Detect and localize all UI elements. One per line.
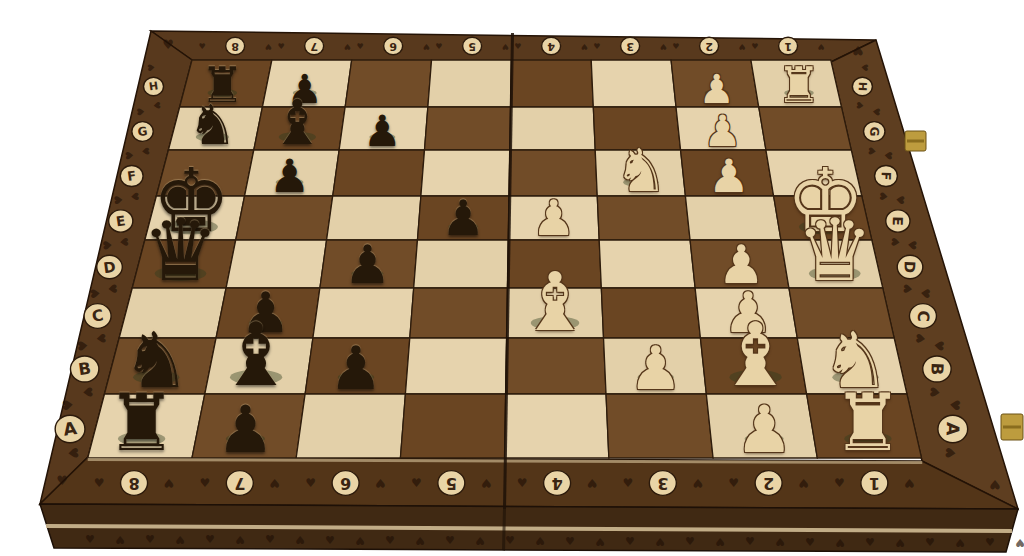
heart-motif: ♥ bbox=[481, 476, 492, 490]
file-label-left-F: F bbox=[120, 166, 143, 187]
heart-motif: ♥ bbox=[355, 534, 365, 547]
heart-motif: ♥ bbox=[505, 534, 515, 547]
square-a5[interactable] bbox=[400, 394, 505, 458]
piece-white-pawn-e4[interactable]: ♟ bbox=[532, 194, 576, 243]
heart-motif: ♥ bbox=[587, 476, 598, 490]
heart-motif: ♥ bbox=[517, 476, 528, 490]
square-b5[interactable] bbox=[405, 338, 506, 394]
square-g4[interactable] bbox=[510, 107, 595, 150]
file-label-left-G: G bbox=[132, 122, 153, 142]
heart-motif: ♥ bbox=[105, 283, 120, 294]
heart-motif: ♥ bbox=[895, 536, 905, 549]
heart-motif: ♥ bbox=[124, 151, 136, 161]
piece-black-pawn-b6[interactable]: ♟ bbox=[329, 338, 383, 398]
heart-motif: ♥ bbox=[1015, 536, 1024, 549]
heart-motif: ♥ bbox=[852, 43, 864, 58]
heart-motif: ♥ bbox=[739, 42, 746, 51]
heart-motif: ♥ bbox=[344, 42, 351, 51]
heart-motif: ♥ bbox=[878, 191, 890, 201]
heart-motif: ♥ bbox=[943, 446, 959, 459]
svg-text:G: G bbox=[137, 124, 149, 139]
piece-white-rook-a1[interactable]: ♜ bbox=[832, 384, 903, 463]
heart-motif: ♥ bbox=[75, 340, 91, 353]
heart-motif: ♥ bbox=[692, 476, 703, 490]
rank-label-top-3: 3 bbox=[621, 37, 640, 54]
heart-motif: ♥ bbox=[100, 239, 115, 250]
heart-motif: ♥ bbox=[325, 534, 335, 547]
heart-motif: ♥ bbox=[445, 534, 455, 547]
heart-motif: ♥ bbox=[775, 535, 785, 548]
svg-text:G: G bbox=[867, 126, 881, 136]
file-label-left-C: C bbox=[84, 304, 111, 329]
heart-motif: ♥ bbox=[129, 191, 141, 201]
file-label-left-B: B bbox=[70, 356, 98, 382]
heart-motif: ♥ bbox=[855, 101, 866, 110]
heart-motif: ♥ bbox=[65, 446, 81, 459]
rank-label-top-5: 5 bbox=[463, 37, 482, 54]
file-label-left-D: D bbox=[97, 255, 123, 279]
svg-text:B: B bbox=[927, 362, 946, 375]
heart-motif: ♥ bbox=[901, 283, 916, 294]
heart-motif: ♥ bbox=[595, 535, 605, 548]
chess-set-photo: H♥♥H♥♥G♥♥G♥♥F♥♥F♥♥E♥♥E♥♥D♥♥D♥♥C♥♥C♥♥B♥♥B… bbox=[0, 0, 1024, 556]
file-label-left-E: E bbox=[109, 210, 133, 232]
rank-label-bottom-7: 7 bbox=[226, 471, 253, 496]
file-label-right-G: G bbox=[864, 122, 885, 142]
piece-black-bishop-g7[interactable]: ♝ bbox=[270, 92, 326, 154]
svg-text:1: 1 bbox=[784, 40, 792, 53]
svg-text:A: A bbox=[943, 422, 963, 437]
piece-black-pawn-g6[interactable]: ♟ bbox=[363, 110, 402, 153]
square-f6[interactable] bbox=[333, 150, 425, 196]
heart-motif: ♥ bbox=[235, 533, 245, 546]
piece-black-knight-g8[interactable]: ♞ bbox=[188, 98, 237, 153]
square-g5[interactable] bbox=[425, 107, 511, 150]
square-h5[interactable] bbox=[428, 60, 512, 107]
heart-motif: ♥ bbox=[672, 42, 679, 51]
heart-motif: ♥ bbox=[198, 42, 205, 51]
file-label-right-A: A bbox=[938, 415, 968, 442]
heart-motif: ♥ bbox=[565, 535, 575, 548]
heart-motif: ♥ bbox=[745, 535, 755, 548]
heart-motif: ♥ bbox=[905, 239, 920, 250]
rank-label-bottom-3: 3 bbox=[649, 471, 676, 496]
heart-motif: ♥ bbox=[411, 476, 422, 490]
square-a3[interactable] bbox=[606, 394, 713, 458]
svg-text:5: 5 bbox=[468, 40, 476, 53]
heart-motif: ♥ bbox=[162, 37, 174, 52]
rank-label-bottom-4: 4 bbox=[544, 471, 571, 496]
svg-text:3: 3 bbox=[657, 474, 668, 493]
rank-label-top-8: 8 bbox=[226, 37, 245, 54]
svg-text:F: F bbox=[878, 171, 893, 180]
heart-motif: ♥ bbox=[625, 535, 635, 548]
piece-white-pawn-g2[interactable]: ♟ bbox=[703, 110, 742, 153]
heart-motif: ♥ bbox=[859, 63, 870, 72]
heart-motif: ♥ bbox=[295, 533, 305, 546]
svg-text:6: 6 bbox=[389, 40, 397, 53]
heart-motif: ♥ bbox=[305, 476, 316, 490]
heart-motif: ♥ bbox=[865, 536, 875, 549]
heart-motif: ♥ bbox=[798, 476, 809, 490]
heart-motif: ♥ bbox=[475, 534, 485, 547]
svg-text:8: 8 bbox=[231, 40, 239, 53]
heart-motif: ♥ bbox=[835, 536, 845, 549]
heart-motif: ♥ bbox=[175, 533, 185, 546]
heart-motif: ♥ bbox=[146, 63, 157, 72]
svg-text:B: B bbox=[77, 359, 92, 380]
rank-label-top-1: 1 bbox=[779, 37, 798, 54]
file-label-right-C: C bbox=[909, 304, 936, 329]
svg-text:1: 1 bbox=[869, 474, 880, 493]
file-label-right-D: D bbox=[897, 255, 923, 279]
heart-motif: ♥ bbox=[715, 535, 725, 548]
heart-motif: ♥ bbox=[502, 42, 509, 51]
piece-white-rook-h1[interactable]: ♜ bbox=[777, 61, 821, 110]
heart-motif: ♥ bbox=[685, 535, 695, 548]
rank-label-bottom-8: 8 bbox=[121, 471, 148, 496]
square-h6[interactable] bbox=[345, 60, 431, 107]
heart-motif: ♥ bbox=[955, 536, 965, 549]
heart-motif: ♥ bbox=[151, 101, 162, 110]
svg-text:H: H bbox=[148, 79, 159, 93]
piece-black-pawn-a7[interactable]: ♟ bbox=[216, 397, 274, 462]
heart-motif: ♥ bbox=[535, 534, 545, 547]
heart-motif: ♥ bbox=[415, 534, 425, 547]
heart-motif: ♥ bbox=[265, 533, 275, 546]
piece-white-pawn-b3[interactable]: ♟ bbox=[629, 338, 683, 398]
svg-text:2: 2 bbox=[705, 40, 713, 53]
rank-label-top-7: 7 bbox=[305, 37, 324, 54]
heart-motif: ♥ bbox=[117, 237, 131, 248]
heart-motif: ♥ bbox=[94, 476, 105, 490]
heart-motif: ♥ bbox=[889, 237, 903, 248]
svg-text:6: 6 bbox=[340, 474, 351, 493]
piece-white-queen-d1[interactable]: ♛ bbox=[796, 207, 873, 293]
heart-motif: ♥ bbox=[751, 42, 758, 51]
svg-text:3: 3 bbox=[626, 40, 634, 53]
brass-latch-lower-right bbox=[1001, 414, 1023, 440]
heart-motif: ♥ bbox=[112, 195, 126, 206]
heart-motif: ♥ bbox=[356, 42, 363, 51]
square-c6[interactable] bbox=[313, 288, 414, 338]
file-label-right-H: H bbox=[852, 77, 872, 95]
heart-motif: ♥ bbox=[882, 151, 894, 161]
heart-motif: ♥ bbox=[581, 42, 588, 51]
brass-latch-upper-right bbox=[905, 131, 926, 151]
svg-text:D: D bbox=[102, 258, 116, 277]
file-label-left-H: H bbox=[144, 77, 164, 95]
rank-label-top-4: 4 bbox=[542, 37, 561, 54]
square-c5[interactable] bbox=[410, 288, 508, 338]
svg-text:C: C bbox=[914, 310, 932, 322]
svg-text:H: H bbox=[856, 82, 869, 92]
heart-motif: ♥ bbox=[115, 533, 125, 546]
heart-motif: ♥ bbox=[80, 386, 96, 399]
rank-label-bottom-5: 5 bbox=[438, 471, 465, 496]
piece-white-pawn-a2[interactable]: ♟ bbox=[735, 397, 793, 462]
heart-motif: ♥ bbox=[435, 42, 442, 51]
piece-black-pawn-f7[interactable]: ♟ bbox=[269, 153, 310, 199]
rank-label-bottom-1: 1 bbox=[861, 471, 888, 496]
heart-motif: ♥ bbox=[385, 534, 395, 547]
heart-motif: ♥ bbox=[805, 536, 815, 549]
svg-text:8: 8 bbox=[128, 474, 139, 493]
rank-label-bottom-6: 6 bbox=[332, 471, 359, 496]
file-label-left-A: A bbox=[55, 415, 85, 442]
heart-motif: ♥ bbox=[985, 536, 995, 549]
heart-motif: ♥ bbox=[927, 386, 943, 399]
heart-motif: ♥ bbox=[375, 476, 386, 490]
heart-motif: ♥ bbox=[593, 42, 600, 51]
svg-text:7: 7 bbox=[234, 474, 245, 493]
square-h3[interactable] bbox=[591, 60, 676, 107]
heart-motif: ♥ bbox=[514, 42, 521, 51]
heart-motif: ♥ bbox=[60, 399, 76, 412]
heart-motif: ♥ bbox=[655, 535, 665, 548]
piece-black-pawn-d6[interactable]: ♟ bbox=[344, 238, 392, 291]
heart-motif: ♥ bbox=[277, 42, 284, 51]
heart-motif: ♥ bbox=[918, 288, 933, 300]
square-c3[interactable] bbox=[601, 288, 700, 338]
file-label-right-F: F bbox=[875, 166, 898, 187]
heart-motif: ♥ bbox=[834, 476, 845, 490]
piece-white-pawn-h2[interactable]: ♟ bbox=[699, 69, 735, 109]
heart-motif: ♥ bbox=[904, 476, 915, 490]
square-h4[interactable] bbox=[511, 60, 594, 107]
svg-text:D: D bbox=[901, 261, 918, 274]
piece-black-pawn-e5[interactable]: ♟ bbox=[441, 194, 485, 243]
file-label-right-E: E bbox=[886, 210, 910, 232]
square-a4[interactable] bbox=[505, 394, 609, 458]
heart-motif: ♥ bbox=[728, 476, 739, 490]
file-label-right-B: B bbox=[923, 356, 951, 382]
rank-label-top-6: 6 bbox=[384, 37, 403, 54]
piece-black-bishop-b7[interactable]: ♝ bbox=[217, 312, 295, 399]
heart-motif: ♥ bbox=[870, 107, 882, 117]
svg-text:7: 7 bbox=[310, 40, 318, 53]
heart-motif: ♥ bbox=[135, 107, 147, 117]
piece-white-bishop-b2[interactable]: ♝ bbox=[717, 312, 795, 399]
heart-motif: ♥ bbox=[56, 473, 68, 488]
heart-motif: ♥ bbox=[88, 288, 103, 300]
piece-white-pawn-f2[interactable]: ♟ bbox=[708, 153, 749, 199]
heart-motif: ♥ bbox=[145, 533, 155, 546]
heart-motif: ♥ bbox=[200, 476, 211, 490]
svg-text:2: 2 bbox=[763, 474, 774, 493]
square-d5[interactable] bbox=[414, 240, 509, 288]
heart-motif: ♥ bbox=[265, 42, 272, 51]
svg-text:E: E bbox=[890, 216, 906, 226]
heart-motif: ♥ bbox=[989, 477, 1001, 492]
square-a6[interactable] bbox=[296, 394, 405, 458]
piece-white-knight-f3[interactable]: ♞ bbox=[614, 141, 667, 200]
rank-label-top-2: 2 bbox=[700, 37, 719, 54]
heart-motif: ♥ bbox=[269, 476, 280, 490]
piece-white-bishop-c4[interactable]: ♝ bbox=[519, 262, 592, 343]
heart-motif: ♥ bbox=[85, 533, 95, 546]
heart-motif: ♥ bbox=[914, 333, 929, 345]
rank-label-bottom-2: 2 bbox=[755, 471, 782, 496]
svg-text:4: 4 bbox=[547, 40, 555, 53]
heart-motif: ♥ bbox=[205, 533, 215, 546]
square-d3[interactable] bbox=[599, 240, 695, 288]
piece-black-queen-d8[interactable]: ♛ bbox=[142, 207, 219, 293]
svg-text:4: 4 bbox=[552, 474, 563, 493]
heart-motif: ♥ bbox=[947, 399, 963, 412]
heart-motif: ♥ bbox=[931, 340, 947, 353]
heart-motif: ♥ bbox=[423, 42, 430, 51]
heart-motif: ♥ bbox=[818, 42, 825, 51]
piece-black-rook-a8[interactable]: ♜ bbox=[106, 384, 177, 463]
heart-motif: ♥ bbox=[164, 476, 175, 490]
svg-text:5: 5 bbox=[446, 474, 457, 493]
heart-motif: ♥ bbox=[660, 42, 667, 51]
heart-motif: ♥ bbox=[893, 195, 907, 206]
heart-motif: ♥ bbox=[623, 476, 634, 490]
heart-motif: ♥ bbox=[140, 146, 152, 156]
heart-motif: ♥ bbox=[93, 333, 108, 345]
heart-motif: ♥ bbox=[866, 146, 878, 156]
heart-motif: ♥ bbox=[925, 536, 935, 549]
